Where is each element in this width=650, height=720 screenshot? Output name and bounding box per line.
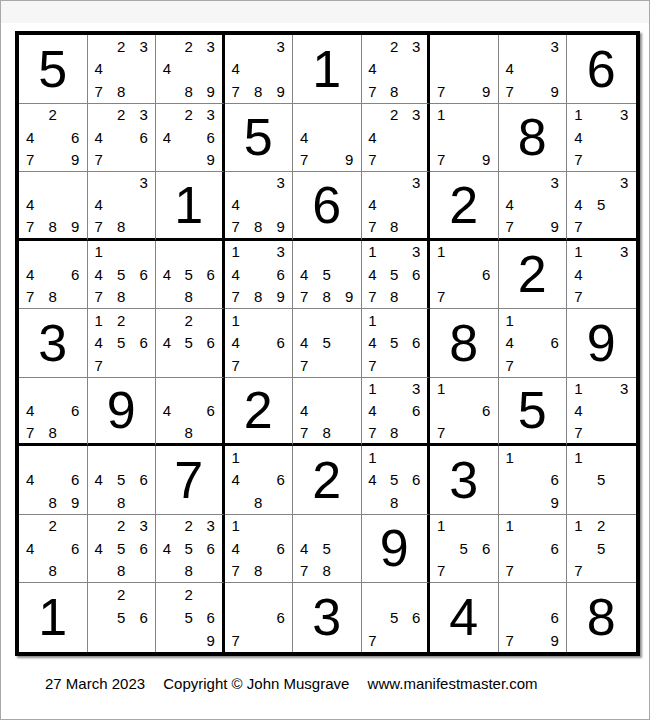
candidate-2: 2: [110, 583, 133, 606]
candidate-5: 5: [178, 263, 200, 286]
pencilmarks: 457: [293, 309, 361, 377]
pencilmarks: 4678: [19, 378, 87, 444]
cell-r4c8[interactable]: 2: [499, 241, 568, 310]
candidate-7: 7: [362, 421, 384, 443]
candidate-7: 7: [362, 216, 384, 238]
pencilmarks: 234568: [88, 515, 156, 583]
candidate-3: 3: [133, 104, 156, 127]
candidate-6: 6: [270, 469, 293, 492]
candidate-9: 9: [200, 629, 222, 652]
pencilmarks: 1257: [567, 515, 636, 583]
candidate-6: 6: [200, 537, 222, 560]
cell-r4c7[interactable]: 167: [430, 241, 499, 310]
candidate-7: 7: [567, 149, 590, 172]
solved-digit: 3: [293, 583, 361, 652]
solved-digit: 7: [156, 446, 222, 514]
candidate-4: 4: [156, 58, 178, 81]
candidate-4: 4: [19, 537, 42, 560]
candidate-5: 5: [316, 263, 339, 286]
candidate-2: 2: [178, 104, 200, 127]
candidate-7: 7: [19, 216, 42, 238]
candidate-1: 1: [499, 446, 522, 469]
cell-r3c3[interactable]: 1: [156, 172, 225, 241]
candidate-8: 8: [247, 491, 270, 514]
pencilmarks: 679: [499, 583, 567, 652]
cell-r3c9[interactable]: 3457: [567, 172, 636, 241]
candidate-4: 4: [19, 469, 42, 492]
cell-r7c9[interactable]: 15: [567, 446, 636, 515]
pencilmarks: 4568: [88, 446, 156, 514]
cell-r7c1[interactable]: 4689: [19, 446, 88, 515]
pencilmarks: 24679: [19, 104, 87, 172]
cell-r3c6[interactable]: 3478: [362, 172, 431, 241]
cell-r8c8[interactable]: 167: [499, 515, 568, 584]
candidate-5: 5: [316, 537, 339, 560]
candidate-7: 7: [362, 629, 384, 652]
candidate-5: 5: [178, 606, 200, 629]
candidate-4: 4: [293, 537, 316, 560]
candidate-4: 4: [293, 263, 316, 286]
cell-r4c3[interactable]: 4568: [156, 241, 225, 310]
candidate-4: 4: [19, 399, 42, 421]
cell-r4c4[interactable]: 1346789: [225, 241, 294, 310]
candidate-5: 5: [590, 537, 613, 560]
candidate-4: 4: [293, 399, 316, 421]
candidate-8: 8: [178, 421, 200, 443]
candidate-1: 1: [567, 515, 590, 538]
candidate-6: 6: [133, 332, 156, 355]
solved-digit: 1: [19, 583, 87, 652]
cell-r2c3[interactable]: 23469: [156, 104, 225, 173]
candidate-5: 5: [453, 537, 476, 560]
candidate-1: 1: [362, 309, 384, 332]
footer: 27 March 2023 Copyright © John Musgrave …: [45, 675, 538, 692]
candidate-7: 7: [88, 286, 111, 309]
candidate-5: 5: [383, 606, 405, 629]
pencilmarks: 179: [430, 104, 498, 172]
solved-digit: 2: [499, 241, 567, 309]
pencilmarks: 1467: [499, 309, 567, 377]
cell-r3c8[interactable]: 3479: [499, 172, 568, 241]
cell-r1c1[interactable]: 5: [19, 35, 88, 104]
candidate-9: 9: [475, 80, 498, 103]
candidate-4: 4: [225, 194, 248, 216]
candidate-8: 8: [178, 80, 200, 103]
cell-r5c9[interactable]: 9: [567, 309, 636, 378]
candidate-7: 7: [19, 286, 42, 309]
cell-r1c3[interactable]: 23489: [156, 35, 225, 104]
pencilmarks: 1567: [430, 515, 498, 583]
cell-r6c1[interactable]: 4678: [19, 378, 88, 447]
candidate-7: 7: [567, 286, 590, 309]
candidate-5: 5: [383, 263, 405, 286]
cell-r6c8[interactable]: 5: [499, 378, 568, 447]
cell-r2c7[interactable]: 179: [430, 104, 499, 173]
candidate-2: 2: [383, 104, 405, 127]
cell-r4c6[interactable]: 1345678: [362, 241, 431, 310]
candidate-8: 8: [42, 216, 65, 238]
pencilmarks: 23478: [88, 35, 156, 103]
cell-r9c1[interactable]: 1: [19, 583, 88, 652]
candidate-8: 8: [178, 560, 200, 583]
candidate-9: 9: [544, 491, 567, 514]
pencilmarks: 1345678: [362, 241, 428, 309]
candidate-7: 7: [430, 421, 453, 443]
cell-r9c8[interactable]: 679: [499, 583, 568, 652]
solved-digit: 2: [225, 378, 293, 444]
candidate-2: 2: [178, 309, 200, 332]
candidate-6: 6: [544, 332, 567, 355]
pencilmarks: 2347: [362, 104, 428, 172]
cell-r2c6[interactable]: 2347: [362, 104, 431, 173]
cell-r2c9[interactable]: 1347: [567, 104, 636, 173]
candidate-8: 8: [42, 491, 65, 514]
candidate-4: 4: [499, 58, 522, 81]
cell-r3c2[interactable]: 3478: [88, 172, 157, 241]
pencilmarks: 3457: [567, 172, 636, 238]
candidate-7: 7: [499, 560, 522, 583]
candidate-7: 7: [499, 629, 522, 652]
solved-digit: 6: [567, 35, 636, 103]
cell-r6c9[interactable]: 1347: [567, 378, 636, 447]
candidate-4: 4: [567, 194, 590, 216]
pencilmarks: 256: [88, 583, 156, 652]
candidate-6: 6: [544, 606, 567, 629]
cell-r2c2[interactable]: 23467: [88, 104, 157, 173]
cell-r8c2[interactable]: 234568: [88, 515, 157, 584]
candidate-4: 4: [362, 58, 384, 81]
cell-r1c2[interactable]: 23478: [88, 35, 157, 104]
cell-r1c9[interactable]: 6: [567, 35, 636, 104]
cell-r7c6[interactable]: 14568: [362, 446, 431, 515]
cell-r7c2[interactable]: 4568: [88, 446, 157, 515]
cell-r9c9[interactable]: 8: [567, 583, 636, 652]
pencilmarks: 15: [567, 446, 636, 514]
candidate-8: 8: [316, 421, 339, 443]
cell-r8c9[interactable]: 1257: [567, 515, 636, 584]
candidate-9: 9: [475, 149, 498, 172]
cell-r1c6[interactable]: 23478: [362, 35, 431, 104]
cell-r3c5[interactable]: 6: [293, 172, 362, 241]
candidate-5: 5: [590, 194, 613, 216]
cell-r1c8[interactable]: 3479: [499, 35, 568, 104]
pencilmarks: 1347: [567, 104, 636, 172]
candidate-1: 1: [225, 515, 248, 538]
cell-r4c9[interactable]: 1347: [567, 241, 636, 310]
solved-digit: 8: [499, 104, 567, 172]
cell-r5c2[interactable]: 124567: [88, 309, 157, 378]
cell-r3c1[interactable]: 4789: [19, 172, 88, 241]
candidate-3: 3: [613, 241, 636, 264]
cell-r7c5[interactable]: 2: [293, 446, 362, 515]
cell-r5c7[interactable]: 8: [430, 309, 499, 378]
cell-r7c7[interactable]: 3: [430, 446, 499, 515]
cell-r2c1[interactable]: 24679: [19, 104, 88, 173]
candidate-3: 3: [270, 35, 293, 58]
candidate-6: 6: [133, 537, 156, 560]
solved-digit: 3: [430, 446, 498, 514]
candidate-8: 8: [247, 286, 270, 309]
candidate-6: 6: [270, 537, 293, 560]
candidate-2: 2: [178, 35, 200, 58]
cell-r9c3[interactable]: 2569: [156, 583, 225, 652]
candidate-9: 9: [270, 80, 293, 103]
cell-r5c6[interactable]: 14567: [362, 309, 431, 378]
candidate-5: 5: [110, 469, 133, 492]
cell-r8c1[interactable]: 2468: [19, 515, 88, 584]
cell-r4c1[interactable]: 4678: [19, 241, 88, 310]
cell-r4c5[interactable]: 45789: [293, 241, 362, 310]
candidate-5: 5: [383, 469, 405, 492]
pencilmarks: 23478: [362, 35, 428, 103]
solved-digit: 8: [567, 583, 636, 652]
pencilmarks: 234568: [156, 515, 222, 583]
candidate-7: 7: [567, 560, 590, 583]
pencilmarks: 34789: [225, 172, 293, 238]
candidate-4: 4: [19, 263, 42, 286]
candidate-8: 8: [178, 286, 200, 309]
candidate-7: 7: [362, 149, 384, 172]
candidate-3: 3: [405, 378, 427, 400]
candidate-4: 4: [567, 263, 590, 286]
candidate-4: 4: [225, 332, 248, 355]
candidate-4: 4: [19, 194, 42, 216]
pencilmarks: 34789: [225, 35, 293, 103]
website-url: www.manifestmaster.com: [368, 675, 538, 692]
pencilmarks: 145678: [88, 241, 156, 309]
cell-r2c4[interactable]: 5: [225, 104, 294, 173]
cell-r8c3[interactable]: 234568: [156, 515, 225, 584]
candidate-1: 1: [430, 378, 453, 400]
candidate-4: 4: [499, 194, 522, 216]
cell-r5c3[interactable]: 2456: [156, 309, 225, 378]
candidate-7: 7: [499, 216, 522, 238]
candidate-4: 4: [362, 126, 384, 149]
cell-r5c1[interactable]: 3: [19, 309, 88, 378]
candidate-7: 7: [225, 354, 248, 377]
candidate-7: 7: [225, 80, 248, 103]
pencilmarks: 4789: [19, 172, 87, 238]
pencilmarks: 2569: [156, 583, 222, 652]
candidate-3: 3: [270, 172, 293, 194]
candidate-4: 4: [362, 399, 384, 421]
candidate-6: 6: [405, 332, 427, 355]
candidate-1: 1: [430, 515, 453, 538]
candidate-4: 4: [567, 126, 590, 149]
candidate-8: 8: [42, 286, 65, 309]
cell-r6c6[interactable]: 134678: [362, 378, 431, 447]
candidate-4: 4: [362, 469, 384, 492]
candidate-6: 6: [133, 126, 156, 149]
candidate-6: 6: [64, 263, 87, 286]
candidate-7: 7: [293, 286, 316, 309]
candidate-6: 6: [133, 263, 156, 286]
pencilmarks: 4689: [19, 446, 87, 514]
candidate-7: 7: [293, 421, 316, 443]
candidate-3: 3: [405, 172, 427, 194]
cell-r8c4[interactable]: 14678: [225, 515, 294, 584]
candidate-7: 7: [225, 286, 248, 309]
candidate-9: 9: [64, 149, 87, 172]
pencilmarks: 1347: [567, 378, 636, 444]
copyright-text: Copyright © John Musgrave: [163, 675, 349, 692]
solved-digit: 9: [362, 515, 428, 583]
candidate-6: 6: [270, 606, 293, 629]
solved-digit: 9: [88, 378, 156, 444]
candidate-7: 7: [499, 80, 522, 103]
candidate-7: 7: [225, 629, 248, 652]
candidate-3: 3: [200, 515, 222, 538]
candidate-7: 7: [499, 354, 522, 377]
candidate-6: 6: [475, 537, 498, 560]
cell-r5c4[interactable]: 1467: [225, 309, 294, 378]
pencilmarks: 1468: [225, 446, 293, 514]
candidate-2: 2: [110, 104, 133, 127]
candidate-6: 6: [133, 469, 156, 492]
solved-digit: 5: [225, 104, 293, 172]
top-band: [1, 1, 649, 23]
candidate-7: 7: [567, 421, 590, 443]
cell-r7c8[interactable]: 169: [499, 446, 568, 515]
candidate-4: 4: [293, 126, 316, 149]
candidate-6: 6: [475, 399, 498, 421]
candidate-4: 4: [88, 469, 111, 492]
candidate-6: 6: [405, 399, 427, 421]
candidate-7: 7: [19, 421, 42, 443]
candidate-1: 1: [567, 378, 590, 400]
candidate-3: 3: [613, 104, 636, 127]
candidate-1: 1: [225, 309, 248, 332]
candidate-1: 1: [225, 446, 248, 469]
candidate-6: 6: [64, 537, 87, 560]
solved-digit: 6: [293, 172, 361, 238]
solved-digit: 3: [19, 309, 87, 377]
cell-r9c7[interactable]: 4: [430, 583, 499, 652]
candidate-3: 3: [133, 35, 156, 58]
candidate-8: 8: [247, 80, 270, 103]
cell-r6c2[interactable]: 9: [88, 378, 157, 447]
cell-r9c6[interactable]: 567: [362, 583, 431, 652]
cell-r4c2[interactable]: 145678: [88, 241, 157, 310]
cell-r1c7[interactable]: 79: [430, 35, 499, 104]
cell-r7c3[interactable]: 7: [156, 446, 225, 515]
cell-r6c4[interactable]: 2: [225, 378, 294, 447]
cell-r3c7[interactable]: 2: [430, 172, 499, 241]
candidate-1: 1: [362, 241, 384, 264]
cell-r5c5[interactable]: 457: [293, 309, 362, 378]
candidate-2: 2: [383, 35, 405, 58]
cell-r8c7[interactable]: 1567: [430, 515, 499, 584]
cell-r1c5[interactable]: 1: [293, 35, 362, 104]
cell-r9c2[interactable]: 256: [88, 583, 157, 652]
cell-r9c4[interactable]: 67: [225, 583, 294, 652]
candidate-8: 8: [110, 560, 133, 583]
candidate-6: 6: [200, 263, 222, 286]
candidate-6: 6: [200, 332, 222, 355]
candidate-7: 7: [88, 80, 111, 103]
candidate-4: 4: [156, 263, 178, 286]
candidate-4: 4: [225, 58, 248, 81]
candidate-5: 5: [110, 263, 133, 286]
candidate-5: 5: [590, 469, 613, 492]
candidate-8: 8: [383, 491, 405, 514]
candidate-1: 1: [430, 241, 453, 264]
candidate-1: 1: [567, 446, 590, 469]
candidate-7: 7: [567, 216, 590, 238]
cell-r3c4[interactable]: 34789: [225, 172, 294, 241]
solved-digit: 2: [430, 172, 498, 238]
pencilmarks: 67: [225, 583, 293, 652]
pencilmarks: 3479: [499, 35, 567, 103]
candidate-7: 7: [88, 354, 111, 377]
candidate-2: 2: [110, 309, 133, 332]
cell-r6c3[interactable]: 468: [156, 378, 225, 447]
candidate-3: 3: [405, 241, 427, 264]
candidate-4: 4: [567, 399, 590, 421]
cell-r2c8[interactable]: 8: [499, 104, 568, 173]
pencilmarks: 479: [293, 104, 361, 172]
candidate-5: 5: [110, 537, 133, 560]
candidate-4: 4: [88, 263, 111, 286]
solved-digit: 1: [156, 172, 222, 238]
pencilmarks: 3478: [362, 172, 428, 238]
candidate-7: 7: [430, 560, 453, 583]
cell-r2c5[interactable]: 479: [293, 104, 362, 173]
pencilmarks: 14568: [362, 446, 428, 514]
cell-r8c6[interactable]: 9: [362, 515, 431, 584]
candidate-9: 9: [544, 629, 567, 652]
cell-r1c4[interactable]: 34789: [225, 35, 294, 104]
pencilmarks: 167: [430, 241, 498, 309]
pencilmarks: 2468: [19, 515, 87, 583]
candidate-8: 8: [383, 216, 405, 238]
candidate-7: 7: [88, 216, 111, 238]
cell-r9c5[interactable]: 3: [293, 583, 362, 652]
cell-r7c4[interactable]: 1468: [225, 446, 294, 515]
candidate-1: 1: [225, 241, 248, 264]
candidate-3: 3: [270, 241, 293, 264]
pencilmarks: 167: [430, 378, 498, 444]
cell-r5c8[interactable]: 1467: [499, 309, 568, 378]
candidate-3: 3: [613, 378, 636, 400]
candidate-5: 5: [110, 332, 133, 355]
candidate-3: 3: [133, 172, 156, 194]
cell-r6c7[interactable]: 167: [430, 378, 499, 447]
candidate-9: 9: [64, 491, 87, 514]
candidate-7: 7: [362, 80, 384, 103]
candidate-8: 8: [247, 560, 270, 583]
pencilmarks: 45789: [293, 241, 361, 309]
candidate-9: 9: [200, 149, 222, 172]
candidate-3: 3: [200, 104, 222, 127]
cell-r6c5[interactable]: 478: [293, 378, 362, 447]
candidate-6: 6: [64, 469, 87, 492]
candidate-4: 4: [225, 263, 248, 286]
candidate-7: 7: [430, 80, 453, 103]
candidate-6: 6: [64, 126, 87, 149]
candidate-4: 4: [225, 537, 248, 560]
candidate-8: 8: [383, 421, 405, 443]
candidate-6: 6: [133, 606, 156, 629]
cell-r8c5[interactable]: 4578: [293, 515, 362, 584]
candidate-6: 6: [200, 606, 222, 629]
candidate-4: 4: [293, 332, 316, 355]
pencilmarks: 567: [362, 583, 428, 652]
candidate-1: 1: [88, 241, 111, 264]
pencilmarks: 23467: [88, 104, 156, 172]
candidate-8: 8: [383, 80, 405, 103]
candidate-7: 7: [430, 286, 453, 309]
